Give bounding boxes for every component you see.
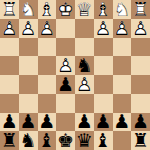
square-g4[interactable] bbox=[19, 56, 38, 75]
square-h5[interactable] bbox=[0, 75, 19, 94]
square-a4[interactable] bbox=[131, 56, 150, 75]
white-knight-outline-icon: ♘ bbox=[19, 0, 38, 19]
white-pawn-outline-icon: ♙ bbox=[94, 19, 113, 38]
square-b2[interactable]: ♟♙ bbox=[113, 19, 132, 38]
square-b7[interactable]: ♟ bbox=[113, 113, 132, 132]
piece-black-knight[interactable]: ♞ bbox=[19, 131, 38, 150]
piece-white-king[interactable]: ♚♔ bbox=[56, 0, 75, 19]
piece-white-pawn[interactable]: ♟♙ bbox=[113, 19, 132, 38]
black-knight-icon: ♞ bbox=[19, 131, 38, 150]
piece-black-pawn[interactable]: ♟ bbox=[113, 113, 132, 132]
piece-white-knight[interactable]: ♞♘ bbox=[113, 0, 132, 19]
piece-black-rook[interactable]: ♜ bbox=[131, 131, 150, 150]
piece-white-knight[interactable]: ♞♘ bbox=[19, 0, 38, 19]
square-a5[interactable] bbox=[131, 75, 150, 94]
square-a8[interactable]: ♜ bbox=[131, 131, 150, 150]
black-bishop-icon: ♝ bbox=[38, 131, 57, 150]
chess-board: ♜♖♞♘♝♗♚♔♛♕♝♗♞♘♜♖♟♙♟♙♟♙♟♙♟♙♟♙♟♙♞♟♟♙♟♟♟♟♟♟… bbox=[0, 0, 150, 150]
square-g2[interactable]: ♟♙ bbox=[19, 19, 38, 38]
white-pawn-outline-icon: ♙ bbox=[19, 19, 38, 38]
square-c4[interactable] bbox=[94, 56, 113, 75]
piece-white-rook[interactable]: ♜♖ bbox=[0, 0, 19, 19]
square-a1[interactable]: ♜♖ bbox=[131, 0, 150, 19]
piece-black-pawn[interactable]: ♟ bbox=[56, 75, 75, 94]
black-pawn-icon: ♟ bbox=[56, 75, 75, 94]
square-b3[interactable] bbox=[113, 38, 132, 57]
white-rook-outline-icon: ♖ bbox=[0, 0, 19, 19]
square-h2[interactable]: ♟♙ bbox=[0, 19, 19, 38]
square-b8[interactable] bbox=[113, 131, 132, 150]
square-e1[interactable]: ♚♔ bbox=[56, 0, 75, 19]
piece-white-pawn[interactable]: ♟♙ bbox=[131, 19, 150, 38]
white-rook-outline-icon: ♖ bbox=[131, 0, 150, 19]
piece-black-king[interactable]: ♚ bbox=[56, 131, 75, 150]
square-b5[interactable] bbox=[113, 75, 132, 94]
square-e8[interactable]: ♚ bbox=[56, 131, 75, 150]
black-rook-icon: ♜ bbox=[0, 131, 19, 150]
black-king-icon: ♚ bbox=[56, 131, 75, 150]
square-c3[interactable] bbox=[94, 38, 113, 57]
piece-white-pawn[interactable]: ♟♙ bbox=[75, 75, 94, 94]
white-bishop-outline-icon: ♗ bbox=[38, 0, 57, 19]
square-d1[interactable]: ♛♕ bbox=[75, 0, 94, 19]
square-h1[interactable]: ♜♖ bbox=[0, 0, 19, 19]
square-f5[interactable] bbox=[38, 75, 57, 94]
square-b1[interactable]: ♞♘ bbox=[113, 0, 132, 19]
square-c2[interactable]: ♟♙ bbox=[94, 19, 113, 38]
square-b4[interactable] bbox=[113, 56, 132, 75]
piece-white-queen[interactable]: ♛♕ bbox=[75, 0, 94, 19]
white-queen-outline-icon: ♕ bbox=[75, 0, 94, 19]
piece-white-pawn[interactable]: ♟♙ bbox=[0, 19, 19, 38]
white-pawn-outline-icon: ♙ bbox=[38, 19, 57, 38]
square-f1[interactable]: ♝♗ bbox=[38, 0, 57, 19]
square-c5[interactable] bbox=[94, 75, 113, 94]
white-pawn-outline-icon: ♙ bbox=[113, 19, 132, 38]
piece-white-rook[interactable]: ♜♖ bbox=[131, 0, 150, 19]
white-bishop-outline-icon: ♗ bbox=[94, 0, 113, 19]
piece-black-bishop[interactable]: ♝ bbox=[94, 131, 113, 150]
square-f3[interactable] bbox=[38, 38, 57, 57]
square-d8[interactable]: ♛ bbox=[75, 131, 94, 150]
white-pawn-outline-icon: ♙ bbox=[131, 19, 150, 38]
square-f4[interactable] bbox=[38, 56, 57, 75]
black-queen-icon: ♛ bbox=[75, 131, 94, 150]
piece-white-pawn[interactable]: ♟♙ bbox=[38, 19, 57, 38]
piece-white-pawn[interactable]: ♟♙ bbox=[19, 19, 38, 38]
square-g5[interactable] bbox=[19, 75, 38, 94]
square-g8[interactable]: ♞ bbox=[19, 131, 38, 150]
piece-white-pawn[interactable]: ♟♙ bbox=[94, 19, 113, 38]
square-e5[interactable]: ♟ bbox=[56, 75, 75, 94]
square-a2[interactable]: ♟♙ bbox=[131, 19, 150, 38]
square-h4[interactable] bbox=[0, 56, 19, 75]
white-knight-outline-icon: ♘ bbox=[113, 0, 132, 19]
square-f8[interactable]: ♝ bbox=[38, 131, 57, 150]
square-c1[interactable]: ♝♗ bbox=[94, 0, 113, 19]
square-e2[interactable] bbox=[56, 19, 75, 38]
white-pawn-outline-icon: ♙ bbox=[0, 19, 19, 38]
piece-black-queen[interactable]: ♛ bbox=[75, 131, 94, 150]
square-g1[interactable]: ♞♘ bbox=[19, 0, 38, 19]
white-king-outline-icon: ♔ bbox=[56, 0, 75, 19]
white-pawn-outline-icon: ♙ bbox=[75, 75, 94, 94]
black-bishop-icon: ♝ bbox=[94, 131, 113, 150]
square-e6[interactable] bbox=[56, 94, 75, 113]
piece-black-rook[interactable]: ♜ bbox=[0, 131, 19, 150]
square-d5[interactable]: ♟♙ bbox=[75, 75, 94, 94]
piece-white-bishop[interactable]: ♝♗ bbox=[38, 0, 57, 19]
square-h3[interactable] bbox=[0, 38, 19, 57]
square-f2[interactable]: ♟♙ bbox=[38, 19, 57, 38]
square-a3[interactable] bbox=[131, 38, 150, 57]
black-pawn-icon: ♟ bbox=[113, 113, 132, 132]
square-c8[interactable]: ♝ bbox=[94, 131, 113, 150]
black-rook-icon: ♜ bbox=[131, 131, 150, 150]
square-h8[interactable]: ♜ bbox=[0, 131, 19, 150]
piece-white-bishop[interactable]: ♝♗ bbox=[94, 0, 113, 19]
square-g3[interactable] bbox=[19, 38, 38, 57]
piece-black-bishop[interactable]: ♝ bbox=[38, 131, 57, 150]
square-d2[interactable] bbox=[75, 19, 94, 38]
